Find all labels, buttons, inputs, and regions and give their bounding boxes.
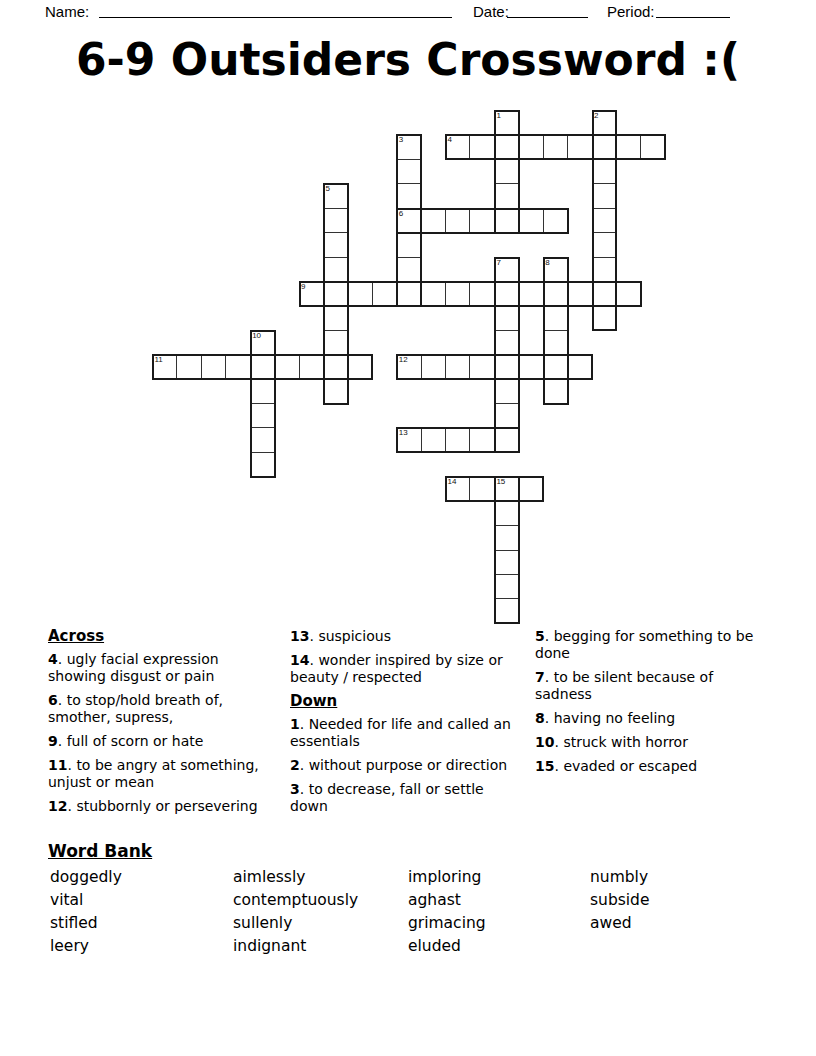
grid-cell-r7c7[interactable] <box>323 281 349 307</box>
grid-cell-r6c14[interactable]: 7 <box>494 257 520 283</box>
cell-number-2: 2 <box>594 111 598 120</box>
grid-cell-r8c18[interactable] <box>592 305 618 331</box>
grid-cell-r12c4[interactable] <box>250 403 276 429</box>
word-bank-column-4: numblysubsideawed <box>590 866 650 935</box>
word-bank-item-doggedly: doggedly <box>50 866 122 889</box>
grid-cell-r11c7[interactable] <box>323 379 349 405</box>
grid-cell-r10c8[interactable] <box>347 354 373 380</box>
grid-cell-r11c16[interactable] <box>543 379 569 405</box>
clue-14-across: 14. wonder inspired by size or beauty / … <box>290 652 522 686</box>
cell-number-1: 1 <box>496 111 500 120</box>
cell-number-4: 4 <box>448 135 452 144</box>
grid-cell-r18c14[interactable] <box>494 550 520 576</box>
grid-cell-r14c4[interactable] <box>250 452 276 478</box>
grid-cell-r7c15[interactable] <box>518 281 544 307</box>
grid-cell-r10c1[interactable] <box>176 354 202 380</box>
grid-cell-r7c8[interactable] <box>347 281 373 307</box>
clues-column-1: Across4. ugly facial expression showing … <box>48 628 280 822</box>
grid-cell-r10c5[interactable] <box>274 354 300 380</box>
clue-8-down: 8. having no feeling <box>535 710 763 727</box>
grid-cell-r7c16[interactable] <box>543 281 569 307</box>
period-blank-line[interactable] <box>656 3 730 18</box>
grid-cell-r10c10[interactable]: 12 <box>396 354 422 380</box>
grid-cell-r13c14[interactable] <box>494 427 520 453</box>
clue-7-down: 7. to be silent because of sadness <box>535 669 763 703</box>
grid-cell-r10c14[interactable] <box>494 354 520 380</box>
word-bank-item-vital: vital <box>50 889 122 912</box>
grid-cell-r1c14[interactable] <box>494 134 520 160</box>
grid-cell-r7c17[interactable] <box>567 281 593 307</box>
grid-cell-r6c7[interactable] <box>323 257 349 283</box>
grid-cell-r10c0[interactable]: 11 <box>152 354 178 380</box>
name-label: Name: <box>45 3 89 20</box>
crossword-grid: 123645789101112131415 <box>152 110 667 625</box>
grid-cell-r4c16[interactable] <box>543 208 569 234</box>
cell-number-14: 14 <box>448 477 457 486</box>
grid-cell-r17c14[interactable] <box>494 525 520 551</box>
grid-cell-r9c4[interactable]: 10 <box>250 330 276 356</box>
grid-cell-r13c13[interactable] <box>469 427 495 453</box>
word-bank-item-aimlessly: aimlessly <box>233 866 358 889</box>
grid-cell-r8c7[interactable] <box>323 305 349 331</box>
clues-column-2: 13. suspicious14. wonder inspired by siz… <box>290 628 522 822</box>
clue-9-across: 9. full of scorn or hate <box>48 733 280 750</box>
grid-cell-r13c11[interactable] <box>421 427 447 453</box>
grid-cell-r8c14[interactable] <box>494 305 520 331</box>
grid-cell-r7c19[interactable] <box>616 281 642 307</box>
grid-cell-r4c14[interactable] <box>494 208 520 234</box>
grid-cell-r6c18[interactable] <box>592 257 618 283</box>
clues-column-3: 5. begging for something to be done7. to… <box>535 628 763 782</box>
grid-cell-r7c12[interactable] <box>445 281 471 307</box>
grid-cell-r10c17[interactable] <box>567 354 593 380</box>
grid-cell-r15c12[interactable]: 14 <box>445 476 471 502</box>
clue-1-down: 1. Needed for life and called an essenti… <box>290 716 522 750</box>
grid-cell-r1c20[interactable] <box>640 134 666 160</box>
grid-cell-r1c16[interactable] <box>543 134 569 160</box>
grid-cell-r1c17[interactable] <box>567 134 593 160</box>
grid-cell-r20c14[interactable] <box>494 598 520 624</box>
grid-cell-r3c18[interactable] <box>592 183 618 209</box>
grid-cell-r4c11[interactable] <box>421 208 447 234</box>
grid-cell-r6c10[interactable] <box>396 257 422 283</box>
word-bank-item-eluded: eluded <box>408 935 486 958</box>
grid-cell-r1c13[interactable] <box>469 134 495 160</box>
clue-15-down: 15. evaded or escaped <box>535 758 763 775</box>
grid-cell-r0c14[interactable]: 1 <box>494 110 520 136</box>
grid-cell-r4c13[interactable] <box>469 208 495 234</box>
grid-cell-r11c14[interactable] <box>494 379 520 405</box>
word-bank-item-indignant: indignant <box>233 935 358 958</box>
grid-cell-r10c7[interactable] <box>323 354 349 380</box>
cell-number-12: 12 <box>399 355 408 364</box>
grid-cell-r1c18[interactable] <box>592 134 618 160</box>
grid-cell-r19c14[interactable] <box>494 574 520 600</box>
word-bank-column-1: doggedlyvitalstifledleery <box>50 866 122 958</box>
clue-12-across: 12. stubbornly or persevering <box>48 798 280 815</box>
grid-cell-r9c7[interactable] <box>323 330 349 356</box>
grid-cell-r7c11[interactable] <box>421 281 447 307</box>
word-bank-item-subside: subside <box>590 889 650 912</box>
puzzle-title: 6-9 Outsiders Crossword :( <box>0 34 816 85</box>
grid-cell-r10c6[interactable] <box>299 354 325 380</box>
grid-cell-r5c10[interactable] <box>396 232 422 258</box>
grid-cell-r10c2[interactable] <box>201 354 227 380</box>
grid-cell-r1c15[interactable] <box>518 134 544 160</box>
grid-cell-r0c18[interactable]: 2 <box>592 110 618 136</box>
grid-cell-r7c9[interactable] <box>372 281 398 307</box>
clue-11-across: 11. to be angry at something, unjust or … <box>48 757 280 791</box>
worksheet-page: Name: Date: Period: 6-9 Outsiders Crossw… <box>0 0 816 1056</box>
grid-cell-r10c13[interactable] <box>469 354 495 380</box>
grid-cell-r13c4[interactable] <box>250 427 276 453</box>
grid-cell-r10c3[interactable] <box>225 354 251 380</box>
down-heading: Down <box>290 693 522 710</box>
word-bank-item-grimacing: grimacing <box>408 912 486 935</box>
grid-cell-r2c14[interactable] <box>494 159 520 185</box>
grid-cell-r5c7[interactable] <box>323 232 349 258</box>
cell-number-7: 7 <box>496 258 500 267</box>
grid-cell-r4c7[interactable] <box>323 208 349 234</box>
cell-number-3: 3 <box>399 135 403 144</box>
grid-cell-r3c10[interactable] <box>396 183 422 209</box>
clue-13-across: 13. suspicious <box>290 628 522 645</box>
grid-cell-r5c18[interactable] <box>592 232 618 258</box>
clue-3-down: 3. to decrease, fall or settle down <box>290 781 522 815</box>
grid-cell-r7c10[interactable] <box>396 281 422 307</box>
clue-6-across: 6. to stop/hold breath of, smother, supr… <box>48 692 280 726</box>
grid-cell-r4c18[interactable] <box>592 208 618 234</box>
word-bank-item-numbly: numbly <box>590 866 650 889</box>
grid-cell-r10c15[interactable] <box>518 354 544 380</box>
grid-cell-r2c18[interactable] <box>592 159 618 185</box>
word-bank-column-2: aimlesslycontemptuouslysullenlyindignant <box>233 866 358 958</box>
clue-10-down: 10. struck with horror <box>535 734 763 751</box>
cell-number-5: 5 <box>325 184 329 193</box>
grid-cell-r13c10[interactable]: 13 <box>396 427 422 453</box>
grid-cell-r7c14[interactable] <box>494 281 520 307</box>
word-bank-item-stifled: stifled <box>50 912 122 935</box>
grid-cell-r3c7[interactable]: 5 <box>323 183 349 209</box>
grid-cell-r12c14[interactable] <box>494 403 520 429</box>
word-bank-item-awed: awed <box>590 912 650 935</box>
cell-number-15: 15 <box>496 477 505 486</box>
grid-cell-r3c14[interactable] <box>494 183 520 209</box>
grid-cell-r15c15[interactable] <box>518 476 544 502</box>
cell-number-13: 13 <box>399 428 408 437</box>
clue-5-down: 5. begging for something to be done <box>535 628 763 662</box>
cell-number-6: 6 <box>399 209 403 218</box>
cell-number-10: 10 <box>252 331 261 340</box>
word-bank-column-3: imploringaghastgrimacingeluded <box>408 866 486 958</box>
grid-cell-r15c13[interactable] <box>469 476 495 502</box>
word-bank-item-sullenly: sullenly <box>233 912 358 935</box>
grid-cell-r9c14[interactable] <box>494 330 520 356</box>
grid-cell-r1c10[interactable]: 3 <box>396 134 422 160</box>
grid-cell-r10c16[interactable] <box>543 354 569 380</box>
grid-cell-r4c10[interactable]: 6 <box>396 208 422 234</box>
grid-cell-r8c16[interactable] <box>543 305 569 331</box>
grid-cell-r7c6[interactable]: 9 <box>299 281 325 307</box>
grid-cell-r1c12[interactable]: 4 <box>445 134 471 160</box>
grid-cell-r9c16[interactable] <box>543 330 569 356</box>
grid-cell-r4c12[interactable] <box>445 208 471 234</box>
grid-cell-r7c18[interactable] <box>592 281 618 307</box>
word-bank-item-contemptuously: contemptuously <box>233 889 358 912</box>
grid-cell-r4c15[interactable] <box>518 208 544 234</box>
grid-cell-r7c13[interactable] <box>469 281 495 307</box>
grid-cell-r16c14[interactable] <box>494 501 520 527</box>
grid-cell-r2c10[interactable] <box>396 159 422 185</box>
cell-number-11: 11 <box>155 355 163 364</box>
cell-number-9: 9 <box>301 282 305 291</box>
grid-cell-r11c4[interactable] <box>250 379 276 405</box>
period-label: Period: <box>607 3 655 20</box>
word-bank-item-aghast: aghast <box>408 889 486 912</box>
grid-cell-r10c12[interactable] <box>445 354 471 380</box>
grid-cell-r13c12[interactable] <box>445 427 471 453</box>
word-bank-heading: Word Bank <box>48 841 152 861</box>
date-blank-line[interactable] <box>507 3 588 18</box>
grid-cell-r10c4[interactable] <box>250 354 276 380</box>
across-heading: Across <box>48 628 280 645</box>
name-blank-line[interactable] <box>99 3 452 18</box>
word-bank-item-leery: leery <box>50 935 122 958</box>
grid-cell-r1c19[interactable] <box>616 134 642 160</box>
cell-number-8: 8 <box>545 258 549 267</box>
word-bank-item-imploring: imploring <box>408 866 486 889</box>
grid-cell-r10c11[interactable] <box>421 354 447 380</box>
grid-cell-r15c14[interactable]: 15 <box>494 476 520 502</box>
date-label: Date: <box>473 3 509 20</box>
clue-4-across: 4. ugly facial expression showing disgus… <box>48 651 280 685</box>
grid-cell-r6c16[interactable]: 8 <box>543 257 569 283</box>
clue-2-down: 2. without purpose or direction <box>290 757 522 774</box>
